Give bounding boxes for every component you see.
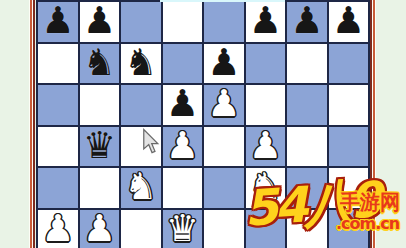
square-a5[interactable] [38, 85, 78, 125]
square-e7[interactable] [204, 2, 244, 42]
square-d6[interactable] [163, 44, 203, 84]
watermark: 54八9 手游网 .com.cn [242, 184, 406, 248]
piece-black-knight: ♞ [83, 44, 116, 81]
square-c6[interactable]: ♞ [121, 44, 161, 84]
piece-white-pawn: ♟ [41, 210, 74, 247]
background-gap [160, 0, 285, 2]
square-b2[interactable]: ♟ [80, 210, 120, 248]
square-c2[interactable] [121, 210, 161, 248]
square-a2[interactable]: ♟ [38, 210, 78, 248]
piece-white-queen: ♛ [166, 210, 199, 247]
square-e2[interactable] [204, 210, 244, 248]
square-d3[interactable] [163, 168, 203, 208]
square-d4[interactable]: ♟ [163, 127, 203, 167]
square-g7[interactable]: ♟ [287, 2, 327, 42]
square-g5[interactable] [287, 85, 327, 125]
square-e3[interactable] [204, 168, 244, 208]
square-h5[interactable] [329, 85, 369, 125]
square-b6[interactable]: ♞ [80, 44, 120, 84]
square-h7[interactable]: ♟ [329, 2, 369, 42]
piece-black-pawn: ♟ [332, 2, 365, 39]
piece-black-queen: ♛ [83, 127, 116, 164]
square-c7[interactable] [121, 2, 161, 42]
square-b5[interactable] [80, 85, 120, 125]
mouse-cursor-icon [140, 128, 160, 156]
piece-white-knight: ♞ [124, 168, 157, 205]
piece-black-pawn: ♟ [41, 2, 74, 39]
piece-black-pawn: ♟ [249, 2, 282, 39]
square-f7[interactable]: ♟ [246, 2, 286, 42]
piece-black-pawn: ♟ [207, 44, 240, 81]
square-e5[interactable]: ♟ [204, 85, 244, 125]
square-f5[interactable] [246, 85, 286, 125]
square-g6[interactable] [287, 44, 327, 84]
piece-black-pawn: ♟ [166, 85, 199, 122]
square-h6[interactable] [329, 44, 369, 84]
piece-white-pawn: ♟ [207, 85, 240, 122]
piece-white-pawn: ♟ [249, 127, 282, 164]
square-d2[interactable]: ♛ [163, 210, 203, 248]
square-h4[interactable] [329, 127, 369, 167]
square-a4[interactable] [38, 127, 78, 167]
square-f6[interactable] [246, 44, 286, 84]
square-b4[interactable]: ♛ [80, 127, 120, 167]
piece-black-pawn: ♟ [83, 2, 116, 39]
chess-app-window: ♟♟♟♟♟♞♞♟♟♟♛♟♟♞♞♟♟♛ 54八9 手游网 .com.cn [0, 0, 406, 248]
square-d7[interactable] [163, 2, 203, 42]
square-e4[interactable] [204, 127, 244, 167]
square-f4[interactable]: ♟ [246, 127, 286, 167]
square-g4[interactable] [287, 127, 327, 167]
decorative-border-left [29, 0, 36, 248]
watermark-site-name: 手游网 [340, 192, 400, 212]
square-b3[interactable] [80, 168, 120, 208]
square-c3[interactable]: ♞ [121, 168, 161, 208]
square-e6[interactable]: ♟ [204, 44, 244, 84]
square-a3[interactable] [38, 168, 78, 208]
piece-white-pawn: ♟ [166, 127, 199, 164]
square-b7[interactable]: ♟ [80, 2, 120, 42]
piece-black-pawn: ♟ [290, 2, 323, 39]
square-a7[interactable]: ♟ [38, 2, 78, 42]
square-a6[interactable] [38, 44, 78, 84]
piece-black-knight: ♞ [124, 44, 157, 81]
watermark-domain: .com.cn [336, 216, 399, 232]
square-c5[interactable] [121, 85, 161, 125]
piece-white-pawn: ♟ [83, 210, 116, 247]
square-d5[interactable]: ♟ [163, 85, 203, 125]
